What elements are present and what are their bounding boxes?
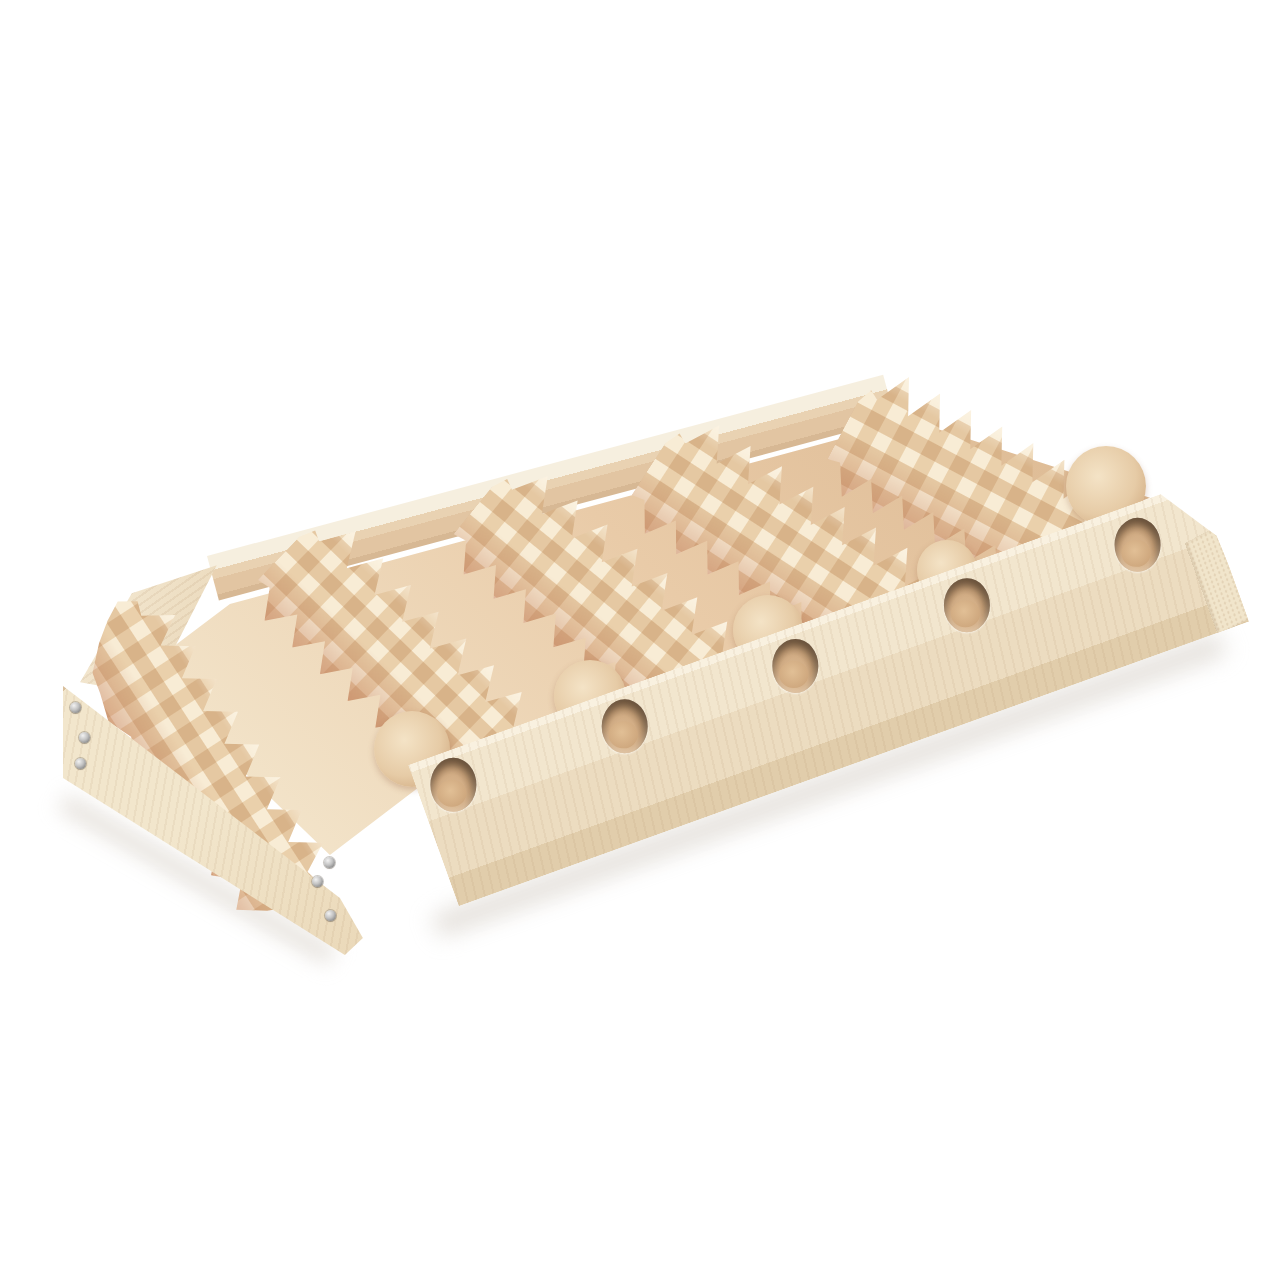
nail-5 [312, 876, 323, 887]
axle-hole-2 [602, 699, 648, 753]
nail-3 [75, 758, 86, 769]
axle-hole-1 [430, 758, 476, 812]
axle-hole-4 [944, 578, 990, 632]
nail-1 [70, 702, 81, 713]
rail-end-grain [1185, 527, 1249, 635]
axle-hole-5 [1114, 518, 1160, 572]
nail-6 [325, 910, 336, 921]
axle-hole-3 [772, 639, 818, 693]
nail-4 [324, 857, 335, 868]
product-photo-stage [0, 0, 1280, 1280]
nail-2 [79, 732, 90, 743]
